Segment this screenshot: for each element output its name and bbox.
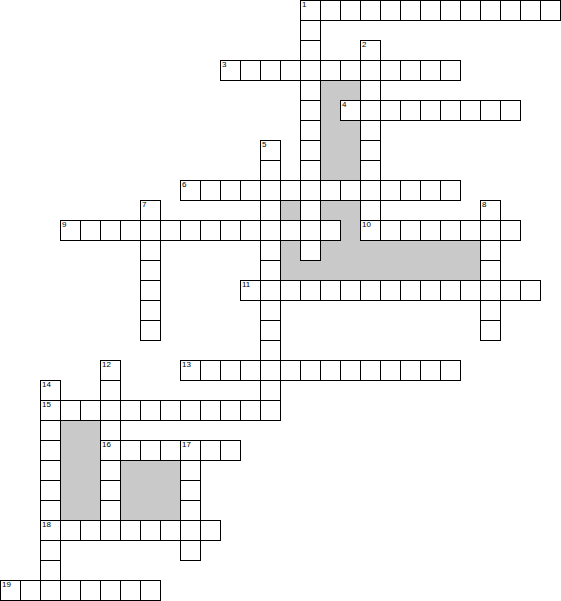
grid-cell[interactable] [360,100,381,121]
grid-cell[interactable] [180,220,201,241]
grid-cell[interactable] [260,200,281,221]
grid-cell[interactable] [500,0,521,21]
shaded-cell [60,420,81,441]
grid-cell[interactable] [480,260,501,281]
grid-cell[interactable] [360,280,381,301]
shaded-cell [120,500,141,521]
grid-cell[interactable] [40,540,61,561]
grid-cell[interactable] [120,580,141,601]
grid-cell[interactable] [340,180,361,201]
shaded-cell [140,480,161,501]
grid-cell[interactable] [500,280,521,301]
grid-cell[interactable] [320,220,341,241]
grid-cell[interactable] [160,520,181,541]
grid-cell[interactable] [480,0,501,21]
grid-cell[interactable] [400,100,421,121]
clue-number: 14 [42,381,51,389]
grid-cell[interactable] [500,220,521,241]
grid-cell[interactable] [340,0,361,21]
grid-cell[interactable] [340,360,361,381]
grid-cell[interactable] [140,440,161,461]
grid-cell[interactable] [360,180,381,201]
grid-cell[interactable] [100,500,121,521]
grid-cell[interactable] [440,220,461,241]
grid-cell[interactable] [240,400,261,421]
grid-cell[interactable] [300,180,321,201]
grid-cell[interactable] [380,280,401,301]
grid-cell[interactable] [480,220,501,241]
shaded-cell [80,460,101,481]
grid-cell[interactable] [540,0,561,21]
shaded-cell [320,80,341,101]
shaded-cell [80,440,101,461]
grid-cell[interactable] [280,280,301,301]
clue-number: 11 [242,281,250,289]
grid-cell[interactable] [60,520,81,541]
grid-cell[interactable] [300,100,321,121]
grid-cell[interactable] [40,420,61,441]
grid-cell[interactable] [360,0,381,21]
grid-cell[interactable] [420,220,441,241]
shaded-cell [280,260,301,281]
grid-cell[interactable] [180,460,201,481]
grid-cell[interactable] [60,400,81,421]
clue-number: 8 [482,201,486,209]
shaded-cell [140,500,161,521]
grid-cell[interactable] [140,400,161,421]
shaded-cell [320,140,341,161]
grid-cell[interactable] [400,360,421,381]
grid-cell[interactable] [80,220,101,241]
grid-cell[interactable] [260,160,281,181]
grid-cell[interactable] [300,360,321,381]
crossword-board: 12345678910111213141516171819 [0,0,561,601]
grid-cell[interactable] [320,60,341,81]
grid-cell[interactable] [320,280,341,301]
grid-cell[interactable] [240,60,261,81]
clue-number: 1 [302,1,306,9]
grid-cell[interactable] [360,160,381,181]
grid-cell[interactable] [440,0,461,21]
grid-cell[interactable] [480,300,501,321]
grid-cell[interactable] [200,520,221,541]
grid-cell[interactable] [240,360,261,381]
grid-cell[interactable] [300,240,321,261]
grid-cell[interactable] [300,280,321,301]
grid-cell[interactable] [360,360,381,381]
grid-cell[interactable] [260,60,281,81]
grid-cell[interactable] [160,440,181,461]
shaded-cell [320,120,341,141]
grid-cell[interactable] [140,580,161,601]
grid-cell[interactable] [80,400,101,421]
shaded-cell [380,240,401,261]
grid-cell[interactable] [280,220,301,241]
grid-cell[interactable] [140,320,161,341]
grid-cell[interactable] [140,260,161,281]
grid-cell[interactable] [340,60,361,81]
shaded-cell [340,140,361,161]
shaded-cell [440,240,461,261]
grid-cell[interactable] [440,280,461,301]
grid-cell[interactable] [380,360,401,381]
grid-cell[interactable] [40,440,61,461]
shaded-cell [320,160,341,181]
shaded-cell [360,240,381,261]
grid-cell[interactable] [480,320,501,341]
grid-cell[interactable] [280,60,301,81]
shaded-cell [320,200,341,221]
grid-cell[interactable] [260,320,281,341]
grid-cell[interactable] [140,520,161,541]
grid-cell[interactable] [380,220,401,241]
grid-cell[interactable] [160,220,181,241]
grid-cell[interactable] [280,360,301,381]
grid-cell[interactable] [140,280,161,301]
shaded-cell [340,240,361,261]
grid-cell[interactable] [120,520,141,541]
grid-cell[interactable] [480,100,501,121]
grid-cell[interactable] [460,220,481,241]
clue-number: 16 [102,441,111,449]
grid-cell[interactable] [140,300,161,321]
grid-cell[interactable] [300,220,321,241]
grid-cell[interactable] [220,360,241,381]
shaded-cell [320,260,341,281]
grid-cell[interactable] [140,220,161,241]
grid-cell[interactable] [240,180,261,201]
shaded-cell [360,260,381,281]
grid-cell[interactable] [300,160,321,181]
grid-cell[interactable] [460,100,481,121]
grid-cell[interactable] [220,220,241,241]
shaded-cell [340,200,361,221]
grid-cell[interactable] [120,220,141,241]
grid-cell[interactable] [260,360,281,381]
shaded-cell [320,100,341,121]
grid-cell[interactable] [300,120,321,141]
grid-cell[interactable] [300,80,321,101]
shaded-cell [80,420,101,441]
grid-cell[interactable] [260,180,281,201]
grid-cell[interactable] [260,240,281,261]
shaded-cell [340,80,361,101]
shaded-cell [440,260,461,281]
grid-cell[interactable] [420,100,441,121]
grid-cell[interactable] [160,400,181,421]
clue-number: 3 [222,61,226,69]
grid-cell[interactable] [180,480,201,501]
clue-number: 13 [182,361,191,369]
grid-cell[interactable] [380,100,401,121]
shaded-cell [380,260,401,281]
grid-cell[interactable] [260,220,281,241]
grid-cell[interactable] [100,580,121,601]
grid-cell[interactable] [200,400,221,421]
grid-cell[interactable] [120,440,141,461]
grid-cell[interactable] [340,280,361,301]
grid-cell[interactable] [200,360,221,381]
grid-cell[interactable] [80,520,101,541]
grid-cell[interactable] [180,520,201,541]
grid-cell[interactable] [480,280,501,301]
clue-number: 9 [62,221,66,229]
grid-cell[interactable] [60,580,81,601]
grid-cell[interactable] [40,460,61,481]
grid-cell[interactable] [100,520,121,541]
grid-cell[interactable] [140,240,161,261]
grid-cell[interactable] [400,180,421,201]
grid-cell[interactable] [220,400,241,421]
grid-cell[interactable] [260,340,281,361]
grid-cell[interactable] [180,400,201,421]
grid-cell[interactable] [460,0,481,21]
grid-cell[interactable] [260,280,281,301]
grid-cell[interactable] [420,180,441,201]
shaded-cell [400,240,421,261]
clue-number: 10 [362,221,371,229]
grid-cell[interactable] [300,40,321,61]
shaded-cell [80,480,101,501]
shaded-cell [160,500,181,521]
shaded-cell [300,260,321,281]
shaded-cell [120,460,141,481]
grid-cell[interactable] [100,380,121,401]
grid-cell[interactable] [200,220,221,241]
clue-number: 18 [42,521,51,529]
grid-cell[interactable] [420,360,441,381]
grid-cell[interactable] [300,140,321,161]
shaded-cell [340,220,361,241]
grid-cell[interactable] [40,500,61,521]
grid-cell[interactable] [100,480,121,501]
shaded-cell [60,440,81,461]
shaded-cell [460,260,481,281]
grid-cell[interactable] [220,440,241,461]
grid-cell[interactable] [80,580,101,601]
clue-number: 5 [262,141,266,149]
shaded-cell [340,260,361,281]
grid-cell[interactable] [260,300,281,321]
grid-cell[interactable] [280,180,301,201]
grid-cell[interactable] [360,80,381,101]
grid-cell[interactable] [440,180,461,201]
grid-cell[interactable] [120,400,141,421]
grid-cell[interactable] [380,0,401,21]
grid-cell[interactable] [40,560,61,581]
shaded-cell [120,480,141,501]
clue-number: 19 [2,581,11,589]
shaded-cell [280,240,301,261]
grid-cell[interactable] [300,20,321,41]
grid-cell[interactable] [220,180,241,201]
grid-cell[interactable] [400,280,421,301]
shaded-cell [420,240,441,261]
shaded-cell [60,480,81,501]
shaded-cell [80,500,101,521]
clue-number: 17 [182,441,191,449]
grid-cell[interactable] [20,580,41,601]
shaded-cell [280,200,301,221]
grid-cell[interactable] [300,200,321,221]
shaded-cell [160,460,181,481]
grid-cell[interactable] [440,360,461,381]
grid-cell[interactable] [180,500,201,521]
grid-cell[interactable] [40,580,61,601]
clue-number: 7 [142,201,146,209]
grid-cell[interactable] [320,180,341,201]
grid-cell[interactable] [260,380,281,401]
shaded-cell [400,260,421,281]
shaded-cell [60,460,81,481]
grid-cell[interactable] [40,480,61,501]
grid-cell[interactable] [420,60,441,81]
grid-cell[interactable] [360,140,381,161]
grid-cell[interactable] [400,60,421,81]
grid-cell[interactable] [480,240,501,261]
grid-cell[interactable] [360,200,381,221]
clue-number: 6 [182,181,186,189]
shaded-cell [60,500,81,521]
clue-number: 12 [102,361,111,369]
grid-cell[interactable] [100,220,121,241]
grid-cell[interactable] [300,60,321,81]
shaded-cell [340,120,361,141]
grid-cell[interactable] [320,0,341,21]
grid-cell[interactable] [100,400,121,421]
grid-cell[interactable] [440,60,461,81]
clue-number: 4 [342,101,346,109]
grid-cell[interactable] [400,0,421,21]
grid-cell[interactable] [380,60,401,81]
grid-cell[interactable] [100,420,121,441]
grid-cell[interactable] [360,60,381,81]
grid-cell[interactable] [420,0,441,21]
grid-cell[interactable] [420,280,441,301]
grid-cell[interactable] [520,280,541,301]
grid-cell[interactable] [520,0,541,21]
grid-cell[interactable] [260,260,281,281]
grid-cell[interactable] [180,540,201,561]
clue-number: 15 [42,401,51,409]
grid-cell[interactable] [460,280,481,301]
grid-cell[interactable] [400,220,421,241]
shaded-cell [320,240,341,261]
shaded-cell [420,260,441,281]
grid-cell[interactable] [200,440,221,461]
shaded-cell [140,460,161,481]
grid-cell[interactable] [240,220,261,241]
grid-cell[interactable] [360,120,381,141]
grid-cell[interactable] [440,100,461,121]
grid-cell[interactable] [260,400,281,421]
shaded-cell [460,240,481,261]
grid-cell[interactable] [100,460,121,481]
shaded-cell [340,160,361,181]
grid-cell[interactable] [200,180,221,201]
shaded-cell [160,480,181,501]
grid-cell[interactable] [320,360,341,381]
grid-cell[interactable] [380,180,401,201]
grid-cell[interactable] [500,100,521,121]
clue-number: 2 [362,41,366,49]
